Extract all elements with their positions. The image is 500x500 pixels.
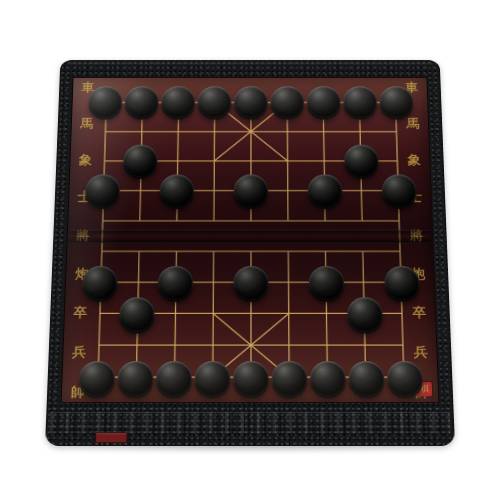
board-surface[interactable]: 車馬象士將炮卒兵帥 車馬象士將炮卒兵帥 棋	[61, 77, 440, 403]
piece-black-elephant[interactable]	[156, 361, 192, 395]
xiangqi-board: 車馬象士將炮卒兵帥 車馬象士將炮卒兵帥 棋	[45, 60, 455, 446]
piece-black-soldier[interactable]	[384, 266, 420, 299]
piece-black-soldier[interactable]	[82, 266, 118, 299]
piece-red-elephant[interactable]	[161, 86, 195, 117]
piece-red-soldier[interactable]	[382, 174, 417, 206]
piece-black-chariot[interactable]	[387, 361, 424, 395]
red-latch	[95, 432, 127, 443]
piece-red-chariot[interactable]	[88, 86, 123, 117]
piece-black-soldier[interactable]	[309, 266, 344, 299]
piece-black-advisor[interactable]	[195, 361, 231, 395]
piece-black-soldier[interactable]	[233, 266, 268, 299]
board-frame: 車馬象士將炮卒兵帥 車馬象士將炮卒兵帥 棋	[45, 60, 455, 446]
piece-red-chariot[interactable]	[379, 86, 414, 117]
piece-black-horse[interactable]	[117, 361, 153, 395]
piece-red-advisor[interactable]	[198, 86, 232, 117]
embossed-pattern-band	[49, 412, 450, 434]
piece-red-cannon[interactable]	[344, 145, 379, 177]
piece-red-soldier[interactable]	[159, 174, 194, 206]
piece-red-advisor[interactable]	[270, 86, 304, 117]
piece-black-elephant[interactable]	[310, 361, 346, 395]
piece-red-general[interactable]	[234, 86, 268, 117]
piece-red-horse[interactable]	[125, 86, 159, 117]
piece-red-elephant[interactable]	[307, 86, 341, 117]
piece-layer	[62, 78, 439, 402]
piece-red-soldier[interactable]	[234, 174, 268, 206]
piece-black-advisor[interactable]	[272, 361, 308, 395]
piece-black-soldier[interactable]	[158, 266, 193, 299]
piece-black-cannon[interactable]	[119, 297, 155, 331]
piece-black-general[interactable]	[233, 361, 269, 395]
piece-red-cannon[interactable]	[123, 145, 158, 177]
frame-front-edge	[45, 403, 455, 446]
piece-black-chariot[interactable]	[79, 361, 116, 395]
piece-black-cannon[interactable]	[347, 297, 383, 331]
piece-black-horse[interactable]	[348, 361, 384, 395]
piece-red-soldier[interactable]	[308, 174, 343, 206]
piece-red-soldier[interactable]	[85, 174, 120, 206]
piece-red-horse[interactable]	[343, 86, 377, 117]
